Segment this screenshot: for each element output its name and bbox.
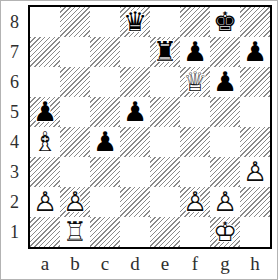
square-b5 [60,97,90,127]
square-a4: ♝♗ [30,127,60,157]
square-d5: ♟ [120,97,150,127]
square-c5 [90,97,120,127]
square-e6 [150,67,180,97]
rank-label-5: 5 [1,97,28,127]
white-pawn: ♟♙ [63,187,87,217]
square-c6 [90,67,120,97]
white-piece-outline: ♙ [33,187,57,217]
white-bishop: ♝♗ [33,127,57,157]
square-g1: ♚♔ [210,217,240,247]
black-queen: ♛ [123,7,147,37]
square-b7 [60,37,90,67]
white-piece-outline: ♙ [243,157,267,187]
rank-label-8: 8 [1,7,28,37]
square-h1 [240,217,270,247]
square-a2: ♟♙ [30,187,60,217]
file-label-e: e [150,250,180,278]
square-g7 [210,37,240,67]
black-pawn: ♟ [123,97,147,127]
square-f4 [180,127,210,157]
black-king: ♚ [213,7,237,37]
rank-label-1: 1 [1,217,28,247]
square-d4 [120,127,150,157]
square-a1 [30,217,60,247]
square-b3 [60,157,90,187]
square-f3 [180,157,210,187]
white-piece-outline: ♙ [63,187,87,217]
file-label-h: h [240,250,270,278]
file-label-g: g [210,250,240,278]
square-a7 [30,37,60,67]
rank-label-2: 2 [1,187,28,217]
white-piece-outline: ♙ [183,187,207,217]
square-a8 [30,7,60,37]
white-pawn: ♟♙ [243,157,267,187]
square-f6: ♛♕ [180,67,210,97]
chess-board: ♛♚♜♟♟♛♕♟♟♟♝♗♟♟♙♟♙♟♙♟♙♟♙♜♖♚♔ [28,5,272,249]
square-c3 [90,157,120,187]
square-g2: ♟♙ [210,187,240,217]
white-king: ♚♔ [213,217,237,247]
rank-label-7: 7 [1,37,28,67]
square-e1 [150,217,180,247]
square-h2 [240,187,270,217]
square-g6: ♟ [210,67,240,97]
rank-label-6: 6 [1,67,28,97]
white-pawn: ♟♙ [33,187,57,217]
square-g4 [210,127,240,157]
square-e2 [150,187,180,217]
square-f1 [180,217,210,247]
square-e3 [150,157,180,187]
square-h6 [240,67,270,97]
file-labels: abcdefgh [30,250,270,278]
chess-diagram: 87654321 ♛♚♜♟♟♛♕♟♟♟♝♗♟♟♙♟♙♟♙♟♙♟♙♜♖♚♔ abc… [0,0,278,280]
square-g8: ♚ [210,7,240,37]
rank-label-4: 4 [1,127,28,157]
square-d2 [120,187,150,217]
white-rook: ♜♖ [63,217,87,247]
white-piece-outline: ♗ [33,127,57,157]
black-pawn: ♟ [243,37,267,67]
square-b6 [60,67,90,97]
square-a5: ♟ [30,97,60,127]
square-h5 [240,97,270,127]
square-h3: ♟♙ [240,157,270,187]
square-f2: ♟♙ [180,187,210,217]
square-f5 [180,97,210,127]
black-pawn: ♟ [213,67,237,97]
square-b1: ♜♖ [60,217,90,247]
black-pawn: ♟ [93,127,117,157]
square-e5 [150,97,180,127]
black-pawn: ♟ [33,97,57,127]
square-c2 [90,187,120,217]
rank-label-3: 3 [1,157,28,187]
white-piece-outline: ♕ [183,67,207,97]
black-rook: ♜ [153,37,177,67]
file-label-c: c [90,250,120,278]
square-h8 [240,7,270,37]
white-piece-outline: ♖ [63,217,87,247]
square-e7: ♜ [150,37,180,67]
square-b4 [60,127,90,157]
square-g3 [210,157,240,187]
rank-labels: 87654321 [1,7,28,247]
square-h4 [240,127,270,157]
square-h7: ♟ [240,37,270,67]
square-d3 [120,157,150,187]
square-b8 [60,7,90,37]
square-d6 [120,67,150,97]
square-f8 [180,7,210,37]
square-g5 [210,97,240,127]
white-pawn: ♟♙ [183,187,207,217]
white-piece-outline: ♙ [213,187,237,217]
square-c7 [90,37,120,67]
black-pawn: ♟ [183,37,207,67]
file-label-a: a [30,250,60,278]
square-c4: ♟ [90,127,120,157]
file-label-d: d [120,250,150,278]
square-e4 [150,127,180,157]
white-pawn: ♟♙ [213,187,237,217]
square-a6 [30,67,60,97]
square-c8 [90,7,120,37]
white-queen: ♛♕ [183,67,207,97]
square-d1 [120,217,150,247]
square-b2: ♟♙ [60,187,90,217]
square-a3 [30,157,60,187]
file-label-f: f [180,250,210,278]
square-e8 [150,7,180,37]
file-label-b: b [60,250,90,278]
square-f7: ♟ [180,37,210,67]
square-c1 [90,217,120,247]
white-piece-outline: ♔ [213,217,237,247]
square-d7 [120,37,150,67]
square-d8: ♛ [120,7,150,37]
